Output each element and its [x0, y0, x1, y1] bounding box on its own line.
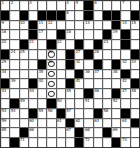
- clue-number: 24: [11, 50, 16, 54]
- clue-number: 8: [66, 11, 68, 15]
- white-cell[interactable]: [38, 40, 46, 49]
- clue-number: 67: [66, 128, 71, 132]
- white-cell[interactable]: 45: [66, 89, 74, 98]
- clue-number: 53: [2, 109, 7, 113]
- clue-number: 68: [85, 128, 90, 132]
- clue-number: 1: [2, 1, 4, 5]
- white-cell[interactable]: [20, 109, 28, 118]
- white-cell[interactable]: 46: [94, 89, 102, 98]
- white-cell[interactable]: [29, 99, 37, 108]
- white-cell[interactable]: [75, 30, 83, 39]
- black-cell: [103, 30, 111, 39]
- white-cell[interactable]: [75, 109, 83, 118]
- white-cell[interactable]: [112, 119, 120, 128]
- clue-number: 19: [113, 30, 118, 34]
- black-cell: [103, 11, 111, 20]
- white-cell[interactable]: 58: [103, 109, 111, 118]
- clue-number: 43: [2, 89, 7, 93]
- black-cell: [57, 30, 65, 39]
- clue-number: 55: [39, 109, 44, 113]
- clue-number: 46: [94, 89, 99, 93]
- white-cell[interactable]: [75, 11, 83, 20]
- black-cell: [131, 79, 139, 88]
- white-cell[interactable]: [66, 138, 74, 147]
- clue-number: 13: [85, 21, 90, 25]
- black-cell: [29, 79, 37, 88]
- white-cell[interactable]: 26: [47, 50, 55, 59]
- clue-number: 11: [39, 21, 44, 25]
- white-cell[interactable]: [121, 99, 129, 108]
- white-cell[interactable]: 38: [112, 70, 120, 79]
- white-cell[interactable]: [131, 109, 139, 118]
- white-cell[interactable]: [10, 60, 18, 69]
- white-cell[interactable]: [47, 30, 55, 39]
- white-cell[interactable]: [20, 119, 28, 128]
- black-cell: [121, 109, 129, 118]
- white-cell[interactable]: 52: [112, 99, 120, 108]
- clue-number: 71: [20, 138, 25, 142]
- white-cell[interactable]: [121, 128, 129, 137]
- white-cell[interactable]: 49: [20, 99, 28, 108]
- circle-marker: [48, 81, 54, 87]
- clue-number: 3: [29, 1, 31, 5]
- white-cell[interactable]: [10, 11, 18, 20]
- white-cell[interactable]: 41: [75, 79, 83, 88]
- white-cell[interactable]: [121, 50, 129, 59]
- clue-number: 39: [11, 79, 16, 83]
- clue-number: 65: [2, 128, 7, 132]
- white-cell[interactable]: [47, 128, 55, 137]
- white-cell[interactable]: [94, 21, 102, 30]
- white-cell[interactable]: [1, 138, 9, 147]
- white-cell[interactable]: 69: [112, 128, 120, 137]
- white-cell[interactable]: 9: [1, 21, 9, 30]
- white-cell[interactable]: 57: [66, 109, 74, 118]
- white-cell[interactable]: [112, 109, 120, 118]
- black-cell: [10, 99, 18, 108]
- white-cell[interactable]: [94, 128, 102, 137]
- white-cell[interactable]: [112, 1, 120, 10]
- white-cell[interactable]: [103, 99, 111, 108]
- white-cell[interactable]: 13: [84, 21, 92, 30]
- clue-number: 61: [57, 119, 62, 123]
- white-cell[interactable]: [84, 79, 92, 88]
- white-cell[interactable]: 2: [10, 1, 18, 10]
- white-cell[interactable]: 50: [57, 99, 65, 108]
- white-cell[interactable]: 28: [94, 50, 102, 59]
- white-cell[interactable]: [29, 60, 37, 69]
- clue-number: 5: [76, 1, 78, 5]
- black-cell: [84, 1, 92, 10]
- white-cell[interactable]: 43: [1, 89, 9, 98]
- clue-number: 21: [29, 40, 34, 44]
- white-cell[interactable]: 37: [94, 70, 102, 79]
- white-cell[interactable]: 33: [131, 60, 139, 69]
- clue-number: 50: [57, 99, 62, 103]
- clue-number: 7: [122, 1, 124, 5]
- white-cell[interactable]: 21: [29, 40, 37, 49]
- clue-number: 20: [2, 40, 7, 44]
- white-cell[interactable]: [29, 50, 37, 59]
- clue-number: 34: [2, 70, 7, 74]
- black-cell: [1, 50, 9, 59]
- white-cell[interactable]: [131, 128, 139, 137]
- white-cell[interactable]: [131, 138, 139, 147]
- clue-number: 40: [39, 79, 44, 83]
- white-cell[interactable]: 25: [20, 50, 28, 59]
- clue-number: 9: [2, 21, 4, 25]
- white-cell[interactable]: 22: [57, 40, 65, 49]
- white-cell[interactable]: 68: [84, 128, 92, 137]
- white-cell[interactable]: 51: [84, 99, 92, 108]
- white-cell[interactable]: 40: [38, 79, 46, 88]
- white-cell[interactable]: [38, 99, 46, 108]
- clue-number: 52: [113, 99, 118, 103]
- white-cell[interactable]: [103, 1, 111, 10]
- black-cell: [121, 70, 129, 79]
- white-cell[interactable]: [66, 99, 74, 108]
- clue-number: 33: [131, 60, 136, 64]
- white-cell[interactable]: [38, 138, 46, 147]
- white-cell[interactable]: 12: [47, 21, 55, 30]
- white-cell[interactable]: 18: [66, 30, 74, 39]
- white-cell[interactable]: 42: [121, 79, 129, 88]
- white-cell[interactable]: [94, 11, 102, 20]
- white-cell[interactable]: [47, 79, 55, 88]
- white-cell[interactable]: [38, 1, 46, 10]
- white-cell[interactable]: [20, 89, 28, 98]
- clue-number: 66: [29, 128, 34, 132]
- white-cell[interactable]: [131, 70, 139, 79]
- white-cell[interactable]: 61: [57, 119, 65, 128]
- black-cell: [66, 79, 74, 88]
- white-cell[interactable]: [10, 21, 18, 30]
- black-cell: [20, 11, 28, 20]
- white-cell[interactable]: 17: [38, 30, 46, 39]
- black-cell: [112, 11, 120, 20]
- white-cell[interactable]: [57, 70, 65, 79]
- black-cell: [66, 60, 74, 69]
- white-cell[interactable]: [103, 89, 111, 98]
- white-cell[interactable]: [121, 11, 129, 20]
- white-cell[interactable]: [38, 50, 46, 59]
- black-cell: [94, 109, 102, 118]
- white-cell[interactable]: [75, 99, 83, 108]
- white-cell[interactable]: [57, 21, 65, 30]
- white-cell[interactable]: [29, 11, 37, 20]
- clue-number: 28: [94, 50, 99, 54]
- white-cell[interactable]: [38, 128, 46, 137]
- white-cell[interactable]: 66: [29, 128, 37, 137]
- white-cell[interactable]: [131, 40, 139, 49]
- white-cell[interactable]: [20, 70, 28, 79]
- black-cell: [66, 119, 74, 128]
- white-cell[interactable]: [10, 30, 18, 39]
- white-cell[interactable]: 65: [1, 128, 9, 137]
- clue-number: 12: [48, 21, 53, 25]
- white-cell[interactable]: [66, 21, 74, 30]
- clue-number: 38: [113, 70, 118, 74]
- white-cell[interactable]: [29, 138, 37, 147]
- white-cell[interactable]: 6: [94, 1, 102, 10]
- clue-number: 73: [122, 138, 127, 142]
- crossword-grid: 1234567891011121314151617181920212223242…: [0, 0, 140, 148]
- black-cell: [57, 109, 65, 118]
- clue-number: 54: [11, 109, 16, 113]
- white-cell[interactable]: 30: [47, 60, 55, 69]
- black-cell: [121, 40, 129, 49]
- white-cell[interactable]: [103, 70, 111, 79]
- white-cell[interactable]: [1, 99, 9, 108]
- circle-marker: [48, 61, 54, 67]
- white-cell[interactable]: 53: [1, 109, 9, 118]
- white-cell[interactable]: 19: [112, 30, 120, 39]
- black-cell: [94, 40, 102, 49]
- white-cell[interactable]: 4: [66, 1, 74, 10]
- white-cell[interactable]: [57, 89, 65, 98]
- white-cell[interactable]: [103, 119, 111, 128]
- white-cell[interactable]: [131, 30, 139, 39]
- white-cell[interactable]: [84, 109, 92, 118]
- black-cell: [29, 21, 37, 30]
- white-cell[interactable]: [29, 70, 37, 79]
- white-cell[interactable]: 56: [47, 109, 55, 118]
- black-cell: [121, 30, 129, 39]
- white-cell[interactable]: [20, 79, 28, 88]
- white-cell[interactable]: [57, 128, 65, 137]
- clue-number: 45: [66, 89, 71, 93]
- clue-number: 59: [2, 119, 7, 123]
- clue-number: 49: [20, 99, 25, 103]
- white-cell[interactable]: [47, 138, 55, 147]
- clue-number: 51: [85, 99, 90, 103]
- black-cell: [75, 138, 83, 147]
- clue-number: 72: [85, 138, 90, 142]
- white-cell[interactable]: 34: [1, 70, 9, 79]
- white-cell[interactable]: 60: [29, 119, 37, 128]
- white-cell[interactable]: [47, 1, 55, 10]
- white-cell[interactable]: 59: [1, 119, 9, 128]
- white-cell[interactable]: 24: [10, 50, 18, 59]
- black-cell: [10, 138, 18, 147]
- white-cell[interactable]: 16: [1, 30, 9, 39]
- white-cell[interactable]: 8: [66, 11, 74, 20]
- white-cell[interactable]: [94, 138, 102, 147]
- white-cell[interactable]: [84, 40, 92, 49]
- white-cell[interactable]: 55: [38, 109, 46, 118]
- white-cell[interactable]: [20, 30, 28, 39]
- black-cell: [84, 50, 92, 59]
- white-cell[interactable]: 62: [75, 119, 83, 128]
- white-cell[interactable]: [10, 119, 18, 128]
- circle-marker: [48, 71, 54, 77]
- clue-number: 36: [85, 70, 90, 74]
- black-cell: [47, 40, 55, 49]
- clue-number: 60: [29, 119, 34, 123]
- clue-number: 42: [122, 79, 127, 83]
- clue-number: 37: [94, 70, 99, 74]
- white-cell[interactable]: [94, 99, 102, 108]
- white-cell[interactable]: [103, 21, 111, 30]
- clue-number: 47: [122, 89, 127, 93]
- white-cell[interactable]: [112, 40, 120, 49]
- clue-number: 15: [131, 21, 136, 25]
- black-cell: [20, 128, 28, 137]
- white-cell[interactable]: [66, 70, 74, 79]
- black-cell: [38, 60, 46, 69]
- white-cell[interactable]: [57, 79, 65, 88]
- black-cell: [84, 89, 92, 98]
- white-cell[interactable]: 29: [1, 60, 9, 69]
- black-cell: [112, 138, 120, 147]
- white-cell[interactable]: 27: [75, 50, 83, 59]
- black-cell: [94, 60, 102, 69]
- black-cell: [47, 99, 55, 108]
- black-cell: [112, 60, 120, 69]
- white-cell[interactable]: [131, 99, 139, 108]
- white-cell[interactable]: [131, 1, 139, 10]
- white-cell[interactable]: 54: [10, 109, 18, 118]
- clue-number: 57: [66, 109, 71, 113]
- clue-number: 23: [103, 40, 108, 44]
- white-cell[interactable]: [57, 138, 65, 147]
- white-cell[interactable]: [47, 70, 55, 79]
- white-cell[interactable]: 67: [66, 128, 74, 137]
- circle-marker: [48, 51, 54, 57]
- clue-number: 58: [103, 109, 108, 113]
- black-cell: [20, 40, 28, 49]
- white-cell[interactable]: [47, 119, 55, 128]
- white-cell[interactable]: 35: [38, 70, 46, 79]
- clue-number: 18: [66, 30, 71, 34]
- white-cell[interactable]: 72: [84, 138, 92, 147]
- white-cell[interactable]: [84, 119, 92, 128]
- white-cell[interactable]: [94, 79, 102, 88]
- white-cell[interactable]: [103, 50, 111, 59]
- black-cell: [112, 21, 120, 30]
- white-cell[interactable]: [57, 50, 65, 59]
- clue-number: 6: [94, 1, 96, 5]
- black-cell: [112, 89, 120, 98]
- white-cell[interactable]: [20, 1, 28, 10]
- clue-number: 48: [131, 89, 136, 93]
- clue-number: 14: [122, 21, 127, 25]
- clue-number: 17: [39, 30, 44, 34]
- black-cell: [75, 40, 83, 49]
- white-cell[interactable]: 64: [121, 119, 129, 128]
- white-cell[interactable]: [112, 79, 120, 88]
- white-cell[interactable]: 1: [1, 1, 9, 10]
- clue-number: 27: [76, 50, 81, 54]
- white-cell[interactable]: [57, 60, 65, 69]
- white-cell[interactable]: 48: [131, 89, 139, 98]
- white-cell[interactable]: [75, 21, 83, 30]
- black-cell: [66, 50, 74, 59]
- white-cell[interactable]: [38, 89, 46, 98]
- white-cell[interactable]: [103, 60, 111, 69]
- white-cell[interactable]: [103, 79, 111, 88]
- clue-number: 29: [2, 60, 7, 64]
- white-cell[interactable]: [10, 89, 18, 98]
- white-cell[interactable]: [10, 128, 18, 137]
- white-cell[interactable]: [57, 1, 65, 10]
- white-cell[interactable]: 3: [29, 1, 37, 10]
- white-cell[interactable]: [66, 40, 74, 49]
- white-cell[interactable]: [84, 60, 92, 69]
- black-cell: [29, 30, 37, 39]
- black-cell: [29, 109, 37, 118]
- black-cell: [75, 128, 83, 137]
- white-cell[interactable]: 39: [10, 79, 18, 88]
- black-cell: [47, 11, 55, 20]
- white-cell[interactable]: 23: [103, 40, 111, 49]
- white-cell[interactable]: 36: [84, 70, 92, 79]
- clue-number: 31: [76, 60, 81, 64]
- clue-number: 44: [29, 89, 34, 93]
- white-cell[interactable]: 32: [121, 60, 129, 69]
- clue-number: 41: [76, 79, 81, 83]
- black-cell: [131, 11, 139, 20]
- white-cell[interactable]: [47, 89, 55, 98]
- black-cell: [131, 119, 139, 128]
- white-cell[interactable]: 63: [94, 119, 102, 128]
- clue-number: 10: [20, 21, 25, 25]
- black-cell: [84, 11, 92, 20]
- white-cell[interactable]: [20, 60, 28, 69]
- clue-number: 22: [57, 40, 62, 44]
- clue-number: 35: [39, 70, 44, 74]
- black-cell: [38, 11, 46, 20]
- white-cell[interactable]: [38, 119, 46, 128]
- black-cell: [131, 50, 139, 59]
- black-cell: [57, 11, 65, 20]
- white-cell[interactable]: 31: [75, 60, 83, 69]
- white-cell[interactable]: 71: [20, 138, 28, 147]
- black-cell: [1, 79, 9, 88]
- white-cell[interactable]: 73: [121, 138, 129, 147]
- circle-marker: [48, 91, 54, 97]
- white-cell[interactable]: [10, 70, 18, 79]
- clue-number: 69: [113, 128, 118, 132]
- clue-number: 25: [20, 50, 25, 54]
- white-cell[interactable]: [84, 30, 92, 39]
- white-cell[interactable]: [10, 40, 18, 49]
- white-cell[interactable]: 14: [121, 21, 129, 30]
- white-cell[interactable]: [75, 89, 83, 98]
- clue-number: 63: [94, 119, 99, 123]
- white-cell[interactable]: 20: [1, 40, 9, 49]
- black-cell: [1, 11, 9, 20]
- black-cell: [103, 128, 111, 137]
- clue-number: 64: [122, 119, 127, 123]
- clue-number: 4: [66, 1, 68, 5]
- clue-number: 62: [76, 119, 81, 123]
- clue-number: 2: [11, 1, 13, 5]
- clue-number: 32: [122, 60, 127, 64]
- clue-number: 16: [2, 30, 7, 34]
- white-cell[interactable]: 5: [75, 1, 83, 10]
- white-cell[interactable]: [94, 30, 102, 39]
- white-cell[interactable]: 15: [131, 21, 139, 30]
- white-cell[interactable]: 7: [121, 1, 129, 10]
- white-cell[interactable]: 47: [121, 89, 129, 98]
- white-cell[interactable]: [112, 50, 120, 59]
- white-cell[interactable]: 10: [20, 21, 28, 30]
- white-cell[interactable]: [103, 138, 111, 147]
- clue-number: 56: [48, 109, 53, 113]
- white-cell[interactable]: 11: [38, 21, 46, 30]
- white-cell[interactable]: 44: [29, 89, 37, 98]
